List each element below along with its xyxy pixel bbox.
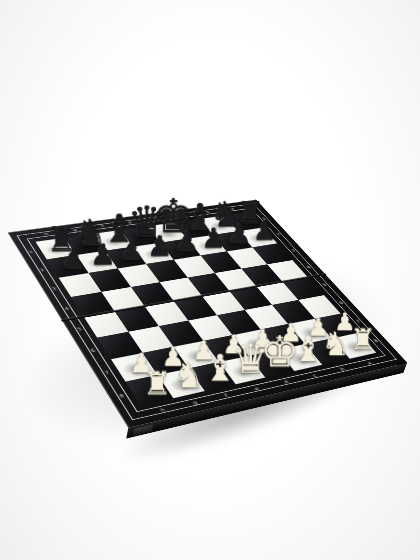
piece-black-pawn: ♟ — [253, 218, 277, 245]
piece-white-queen: ♛ — [232, 339, 268, 379]
squares-grid: ♜♞♝♛♚♝♞♜♟♟♟♟♟♟♟♟♟♟♟♟♟♟♟♟♜♞♝♛♚♝♞♜ — [36, 212, 377, 405]
rank-label-right-6: 6 — [338, 301, 344, 305]
piece-black-pawn: ♟ — [201, 225, 226, 252]
file-label-near-f: f — [224, 393, 229, 398]
rank-label-left-8: 8 — [118, 393, 125, 398]
rank-label-left-5: 5 — [76, 327, 82, 332]
file-label-near-g: g — [191, 400, 198, 405]
file-label-near-a: a — [366, 361, 373, 366]
square-h8: ♜ — [126, 375, 174, 405]
rank-label-left-2: 2 — [39, 268, 45, 272]
file-label-near-b: b — [339, 367, 346, 372]
rank-label-left-7: 7 — [104, 370, 111, 375]
piece-black-pawn: ♟ — [175, 229, 200, 257]
piece-black-pawn: ♟ — [147, 232, 172, 260]
scene: 11hh22gg33ff44ee55dd66cc77bb88aa ♜♞♝♛♚♝♞… — [0, 0, 420, 560]
piece-white-rook: ♜ — [350, 325, 376, 354]
product-photo: 11hh22gg33ff44ee55dd66cc77bb88aa ♜♞♝♛♚♝♞… — [0, 0, 420, 560]
piece-white-bishop: ♝ — [204, 349, 237, 386]
piece-black-pawn: ♟ — [119, 236, 145, 264]
file-label-near-c: c — [312, 373, 318, 378]
rank-label-right-3: 3 — [290, 249, 296, 253]
rank-label-left-3: 3 — [51, 287, 57, 291]
board-clasp — [133, 424, 153, 436]
piece-white-knight: ♞ — [321, 328, 350, 360]
rank-label-left-4: 4 — [64, 306, 70, 310]
file-label-near-e: e — [253, 386, 260, 391]
piece-black-pawn: ♟ — [227, 221, 251, 248]
rank-label-right-5: 5 — [322, 283, 328, 287]
rank-label-left-6: 6 — [90, 348, 96, 353]
piece-white-knight: ♞ — [173, 358, 204, 393]
file-label-near-h: h — [159, 407, 166, 412]
rank-label-left-1: 1 — [28, 250, 34, 254]
chess-board: 11hh22gg33ff44ee55dd66cc77bb88aa ♜♞♝♛♚♝♞… — [8, 200, 407, 428]
file-label-near-d: d — [283, 379, 290, 384]
rank-label-right-4: 4 — [306, 265, 312, 269]
square-h2: ♟ — [47, 255, 89, 278]
piece-white-rook: ♜ — [142, 368, 171, 400]
piece-black-pawn: ♟ — [60, 245, 86, 274]
piece-black-pawn: ♟ — [90, 241, 116, 270]
